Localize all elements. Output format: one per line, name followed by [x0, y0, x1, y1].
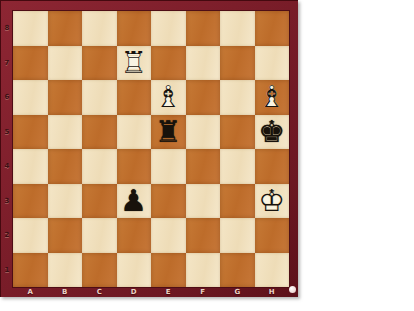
square-e8[interactable]: [151, 11, 186, 46]
black-king-piece[interactable]: ♚: [255, 115, 290, 150]
square-h4[interactable]: [255, 149, 290, 184]
file-label-h: H: [255, 286, 290, 298]
square-b4[interactable]: [48, 149, 83, 184]
rank-label-2: 2: [1, 218, 13, 253]
square-d5[interactable]: [117, 115, 152, 150]
square-a8[interactable]: [13, 11, 48, 46]
square-b3[interactable]: [48, 184, 83, 219]
square-b5[interactable]: [48, 115, 83, 150]
square-d2[interactable]: [117, 218, 152, 253]
white-bishop-outline: ♗: [151, 80, 186, 115]
square-c7[interactable]: [82, 46, 117, 81]
square-b1[interactable]: [48, 253, 83, 288]
black-rook-glyph: ♜: [151, 115, 186, 150]
rank-label-3: 3: [1, 184, 13, 219]
file-label-d: D: [117, 286, 152, 298]
black-king-glyph: ♚: [255, 115, 290, 150]
file-label-f: F: [186, 286, 221, 298]
rank-label-7: 7: [1, 46, 13, 81]
square-a6[interactable]: [13, 80, 48, 115]
white-bishop-piece[interactable]: ♝♗: [151, 80, 186, 115]
square-h6[interactable]: ♝♗: [255, 80, 290, 115]
square-e3[interactable]: [151, 184, 186, 219]
square-h3[interactable]: ♚♔: [255, 184, 290, 219]
white-bishop-outline: ♗: [255, 80, 290, 115]
rank-coordinates: 87654321: [1, 11, 13, 287]
rank-label-4: 4: [1, 149, 13, 184]
white-king-outline: ♔: [255, 184, 290, 219]
square-g7[interactable]: [220, 46, 255, 81]
page-background: 87654321 ♜♖♝♗♝♗♜♚♟♚♔ ABCDEFGH: [0, 0, 414, 311]
file-label-e: E: [151, 286, 186, 298]
square-b8[interactable]: [48, 11, 83, 46]
square-g1[interactable]: [220, 253, 255, 288]
square-c5[interactable]: [82, 115, 117, 150]
square-d8[interactable]: [117, 11, 152, 46]
square-f3[interactable]: [186, 184, 221, 219]
square-f2[interactable]: [186, 218, 221, 253]
square-d3[interactable]: ♟: [117, 184, 152, 219]
black-pawn-piece[interactable]: ♟: [117, 184, 152, 219]
square-h2[interactable]: [255, 218, 290, 253]
square-d1[interactable]: [117, 253, 152, 288]
square-b2[interactable]: [48, 218, 83, 253]
square-a4[interactable]: [13, 149, 48, 184]
rank-label-6: 6: [1, 80, 13, 115]
square-c6[interactable]: [82, 80, 117, 115]
square-a1[interactable]: [13, 253, 48, 288]
file-label-a: A: [13, 286, 48, 298]
square-h8[interactable]: [255, 11, 290, 46]
square-f5[interactable]: [186, 115, 221, 150]
square-e5[interactable]: ♜: [151, 115, 186, 150]
file-label-c: C: [82, 286, 117, 298]
square-e1[interactable]: [151, 253, 186, 288]
square-a2[interactable]: [13, 218, 48, 253]
file-label-b: B: [48, 286, 83, 298]
square-c3[interactable]: [82, 184, 117, 219]
square-g8[interactable]: [220, 11, 255, 46]
square-h1[interactable]: [255, 253, 290, 288]
square-g4[interactable]: [220, 149, 255, 184]
black-pawn-glyph: ♟: [117, 184, 152, 219]
square-c4[interactable]: [82, 149, 117, 184]
square-a5[interactable]: [13, 115, 48, 150]
chess-board-frame: 87654321 ♜♖♝♗♝♗♜♚♟♚♔ ABCDEFGH: [0, 0, 298, 297]
square-c2[interactable]: [82, 218, 117, 253]
square-e4[interactable]: [151, 149, 186, 184]
square-h7[interactable]: [255, 46, 290, 81]
white-rook-piece[interactable]: ♜♖: [117, 46, 152, 81]
square-f1[interactable]: [186, 253, 221, 288]
square-d7[interactable]: ♜♖: [117, 46, 152, 81]
square-e7[interactable]: [151, 46, 186, 81]
chess-board: ♜♖♝♗♝♗♜♚♟♚♔: [13, 11, 289, 287]
square-c8[interactable]: [82, 11, 117, 46]
square-f8[interactable]: [186, 11, 221, 46]
square-g5[interactable]: [220, 115, 255, 150]
file-coordinates: ABCDEFGH: [13, 286, 289, 298]
square-f7[interactable]: [186, 46, 221, 81]
black-rook-piece[interactable]: ♜: [151, 115, 186, 150]
square-b7[interactable]: [48, 46, 83, 81]
rank-label-5: 5: [1, 115, 13, 150]
white-to-move-indicator: [289, 286, 296, 293]
square-c1[interactable]: [82, 253, 117, 288]
white-rook-outline: ♖: [117, 46, 152, 81]
rank-label-8: 8: [1, 11, 13, 46]
square-g6[interactable]: [220, 80, 255, 115]
square-e2[interactable]: [151, 218, 186, 253]
rank-label-1: 1: [1, 253, 13, 288]
square-f4[interactable]: [186, 149, 221, 184]
square-a3[interactable]: [13, 184, 48, 219]
square-a7[interactable]: [13, 46, 48, 81]
square-b6[interactable]: [48, 80, 83, 115]
white-bishop-piece[interactable]: ♝♗: [255, 80, 290, 115]
file-label-g: G: [220, 286, 255, 298]
white-king-piece[interactable]: ♚♔: [255, 184, 290, 219]
square-g2[interactable]: [220, 218, 255, 253]
square-f6[interactable]: [186, 80, 221, 115]
square-e6[interactable]: ♝♗: [151, 80, 186, 115]
square-g3[interactable]: [220, 184, 255, 219]
square-d6[interactable]: [117, 80, 152, 115]
square-h5[interactable]: ♚: [255, 115, 290, 150]
square-d4[interactable]: [117, 149, 152, 184]
